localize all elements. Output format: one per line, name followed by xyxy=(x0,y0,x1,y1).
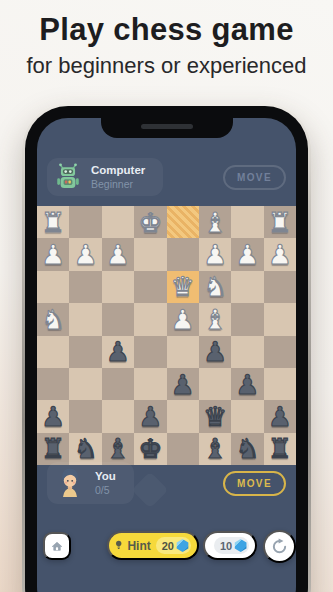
square-b1[interactable] xyxy=(231,206,263,238)
square-d7[interactable] xyxy=(167,400,199,432)
app-screen: Computer Beginner MOVE ♜♚♝♜♟♟♟♟♟♟♛♞♞♟♝♟♟… xyxy=(37,118,296,592)
square-e6[interactable] xyxy=(134,368,166,400)
computer-player-info: Computer Beginner xyxy=(91,163,145,191)
square-f1[interactable] xyxy=(102,206,134,238)
home-icon xyxy=(51,537,63,555)
piece-white-knight[interactable]: ♞ xyxy=(203,273,227,300)
gem-icon xyxy=(176,539,189,552)
phone-bezel: Computer Beginner MOVE ♜♚♝♜♟♟♟♟♟♟♛♞♞♟♝♟♟… xyxy=(25,106,308,592)
square-d3[interactable]: ♛ xyxy=(167,271,199,303)
square-b8[interactable]: ♞ xyxy=(231,433,263,465)
square-e1[interactable]: ♚ xyxy=(134,206,166,238)
square-g7[interactable] xyxy=(69,400,101,432)
square-d8[interactable] xyxy=(167,433,199,465)
square-g4[interactable] xyxy=(69,303,101,335)
piece-white-rook[interactable]: ♜ xyxy=(268,209,292,236)
bottom-toolbar: Hint 20 10 xyxy=(37,530,296,566)
chess-board: ♜♚♝♜♟♟♟♟♟♟♛♞♞♟♝♟♟♟♟♟♟♛♟♜♞♝♚♝♞♜ xyxy=(37,206,296,465)
square-g5[interactable] xyxy=(69,336,101,368)
square-a7[interactable]: ♟ xyxy=(264,400,296,432)
piece-black-knight[interactable]: ♞ xyxy=(73,435,97,462)
square-g3[interactable] xyxy=(69,271,101,303)
square-a1[interactable]: ♜ xyxy=(264,206,296,238)
piece-white-pawn[interactable]: ♟ xyxy=(171,306,195,333)
square-h4[interactable]: ♞ xyxy=(37,303,69,335)
square-e2[interactable] xyxy=(134,238,166,270)
square-a6[interactable] xyxy=(264,368,296,400)
square-e7[interactable]: ♟ xyxy=(134,400,166,432)
square-e4[interactable] xyxy=(134,303,166,335)
square-d4[interactable]: ♟ xyxy=(167,303,199,335)
square-h5[interactable] xyxy=(37,336,69,368)
square-b2[interactable]: ♟ xyxy=(231,238,263,270)
piece-white-pawn[interactable]: ♟ xyxy=(73,241,97,268)
piece-black-knight[interactable]: ♞ xyxy=(235,435,259,462)
phone-frame: Computer Beginner MOVE ♜♚♝♜♟♟♟♟♟♟♛♞♞♟♝♟♟… xyxy=(22,103,311,592)
piece-black-pawn[interactable]: ♟ xyxy=(41,403,65,430)
square-e5[interactable] xyxy=(134,336,166,368)
hint-cost-badge: 20 xyxy=(156,537,191,554)
piece-black-pawn[interactable]: ♟ xyxy=(268,403,292,430)
piece-black-rook[interactable]: ♜ xyxy=(41,435,65,462)
you-score: 0/5 xyxy=(95,484,116,497)
piece-white-pawn[interactable]: ♟ xyxy=(235,241,259,268)
undo-button[interactable]: 10 xyxy=(203,531,257,560)
square-h1[interactable]: ♜ xyxy=(37,206,69,238)
lightbulb-icon xyxy=(115,536,122,555)
square-a5[interactable] xyxy=(264,336,296,368)
page-title: Play chess game xyxy=(0,12,333,48)
square-f8[interactable]: ♝ xyxy=(102,433,134,465)
square-c3[interactable]: ♞ xyxy=(199,271,231,303)
you-player-info: You 0/5 xyxy=(95,469,116,497)
piece-white-pawn[interactable]: ♟ xyxy=(268,241,292,268)
square-h6[interactable] xyxy=(37,368,69,400)
square-b3[interactable] xyxy=(231,271,263,303)
piece-white-pawn[interactable]: ♟ xyxy=(203,241,227,268)
hint-cost: 20 xyxy=(162,540,174,552)
player-row-computer: Computer Beginner MOVE xyxy=(47,158,286,196)
square-g2[interactable]: ♟ xyxy=(69,238,101,270)
square-f6[interactable] xyxy=(102,368,134,400)
square-c5[interactable]: ♟ xyxy=(199,336,231,368)
square-c7[interactable]: ♛ xyxy=(199,400,231,432)
computer-player-chip: Computer Beginner xyxy=(47,158,163,196)
square-h8[interactable]: ♜ xyxy=(37,433,69,465)
piece-black-queen[interactable]: ♛ xyxy=(203,403,227,430)
hint-label: Hint xyxy=(127,539,150,553)
home-button[interactable] xyxy=(43,532,71,560)
square-f7[interactable] xyxy=(102,400,134,432)
restart-button[interactable] xyxy=(263,530,296,563)
gem-icon xyxy=(234,539,247,552)
square-d5[interactable] xyxy=(167,336,199,368)
computer-move-button[interactable]: MOVE xyxy=(223,165,286,190)
computer-level: Beginner xyxy=(91,178,145,191)
piece-black-bishop[interactable]: ♝ xyxy=(106,435,130,462)
square-g1[interactable] xyxy=(69,206,101,238)
hint-button[interactable]: Hint 20 xyxy=(107,531,199,560)
piece-white-rook[interactable]: ♜ xyxy=(41,209,65,236)
page-subtitle: for beginners or experienced xyxy=(0,53,333,79)
piece-black-pawn[interactable]: ♟ xyxy=(235,371,259,398)
square-c8[interactable]: ♝ xyxy=(199,433,231,465)
square-f4[interactable] xyxy=(102,303,134,335)
piece-white-bishop[interactable]: ♝ xyxy=(203,306,227,333)
square-c4[interactable]: ♝ xyxy=(199,303,231,335)
piece-black-rook[interactable]: ♜ xyxy=(268,435,292,462)
you-player-chip: You 0/5 xyxy=(47,462,134,504)
you-name: You xyxy=(95,469,116,485)
square-h3[interactable] xyxy=(37,271,69,303)
square-f2[interactable]: ♟ xyxy=(102,238,134,270)
you-move-button[interactable]: MOVE xyxy=(223,471,286,496)
square-a4[interactable] xyxy=(264,303,296,335)
square-b5[interactable] xyxy=(231,336,263,368)
square-d2[interactable] xyxy=(167,238,199,270)
square-a8[interactable]: ♜ xyxy=(264,433,296,465)
robot-avatar xyxy=(53,162,83,192)
piece-white-king[interactable]: ♚ xyxy=(138,209,162,236)
square-d1[interactable] xyxy=(167,206,199,238)
piece-white-queen[interactable]: ♛ xyxy=(171,273,195,300)
phone-notch xyxy=(101,118,233,138)
square-b7[interactable] xyxy=(231,400,263,432)
promo-header: Play chess game for beginners or experie… xyxy=(0,12,333,79)
square-h7[interactable]: ♟ xyxy=(37,400,69,432)
restart-icon xyxy=(271,537,288,556)
square-f3[interactable] xyxy=(102,271,134,303)
square-e3[interactable] xyxy=(134,271,166,303)
piece-white-knight[interactable]: ♞ xyxy=(41,306,65,333)
square-e8[interactable]: ♚ xyxy=(134,433,166,465)
undo-cost: 10 xyxy=(220,540,232,552)
square-c1[interactable]: ♝ xyxy=(199,206,231,238)
square-g6[interactable] xyxy=(69,368,101,400)
piece-white-bishop[interactable]: ♝ xyxy=(203,209,227,236)
square-h2[interactable]: ♟ xyxy=(37,238,69,270)
square-c6[interactable] xyxy=(199,368,231,400)
square-d6[interactable]: ♟ xyxy=(167,368,199,400)
square-a3[interactable] xyxy=(264,271,296,303)
computer-name: Computer xyxy=(91,163,145,179)
piece-black-pawn[interactable]: ♟ xyxy=(138,403,162,430)
piece-black-bishop[interactable]: ♝ xyxy=(203,435,227,462)
speaker-slit xyxy=(141,124,193,129)
player-row-you: You 0/5 MOVE xyxy=(47,462,286,504)
square-a2[interactable]: ♟ xyxy=(264,238,296,270)
piece-white-pawn[interactable]: ♟ xyxy=(41,241,65,268)
piece-black-pawn[interactable]: ♟ xyxy=(106,338,130,365)
undo-cost-badge: 10 xyxy=(214,537,249,554)
piece-black-pawn[interactable]: ♟ xyxy=(171,371,195,398)
person-avatar xyxy=(53,466,87,500)
square-b6[interactable]: ♟ xyxy=(231,368,263,400)
piece-black-king[interactable]: ♚ xyxy=(138,435,162,462)
piece-black-pawn[interactable]: ♟ xyxy=(203,338,227,365)
piece-white-pawn[interactable]: ♟ xyxy=(106,241,130,268)
square-g8[interactable]: ♞ xyxy=(69,433,101,465)
square-b4[interactable] xyxy=(231,303,263,335)
square-f5[interactable]: ♟ xyxy=(102,336,134,368)
square-c2[interactable]: ♟ xyxy=(199,238,231,270)
